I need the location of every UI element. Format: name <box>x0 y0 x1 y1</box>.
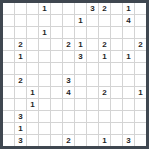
cell-r3c3[interactable] <box>39 39 50 50</box>
cell-r6c2[interactable] <box>27 75 38 86</box>
cell-r3c7[interactable] <box>87 39 98 50</box>
cell-r3c8-clue: 2 <box>99 39 110 50</box>
cell-r8c11[interactable] <box>135 99 146 110</box>
cell-r7c11-clue: 1 <box>135 87 146 98</box>
cell-r7c3[interactable] <box>39 87 50 98</box>
cell-r6c6[interactable] <box>75 75 86 86</box>
cell-r1c6-clue: 1 <box>75 15 86 26</box>
cell-r5c0[interactable] <box>3 63 14 74</box>
cell-r11c1-clue: 3 <box>15 135 26 146</box>
cell-r11c5-clue: 2 <box>63 135 74 146</box>
cell-r1c7[interactable] <box>87 15 98 26</box>
cell-r5c4[interactable] <box>51 63 62 74</box>
cell-r3c1-clue: 2 <box>15 39 26 50</box>
cell-r5c6[interactable] <box>75 63 86 74</box>
cell-r7c10[interactable] <box>123 87 134 98</box>
cell-r9c2[interactable] <box>27 111 38 122</box>
cell-r7c6[interactable] <box>75 87 86 98</box>
cell-r6c8[interactable] <box>99 75 110 86</box>
cell-r3c9[interactable] <box>111 39 122 50</box>
cell-r6c7[interactable] <box>87 75 98 86</box>
cell-r3c0[interactable] <box>3 39 14 50</box>
cell-r11c10-clue: 3 <box>123 135 134 146</box>
cell-r0c10-clue: 1 <box>123 3 134 14</box>
cell-r3c11-clue: 2 <box>135 39 146 50</box>
cell-r5c1[interactable] <box>15 63 26 74</box>
cell-r9c7[interactable] <box>87 111 98 122</box>
cell-r0c9[interactable] <box>111 3 122 14</box>
cell-r7c2-clue: 1 <box>27 87 38 98</box>
cell-r11c3[interactable] <box>39 135 50 146</box>
cell-r1c10-clue: 4 <box>123 15 134 26</box>
cell-r8c6[interactable] <box>75 99 86 110</box>
cell-r2c7[interactable] <box>87 27 98 38</box>
cell-r8c0[interactable] <box>3 99 14 110</box>
cell-r1c0[interactable] <box>3 15 14 26</box>
cell-r5c8[interactable] <box>99 63 110 74</box>
cell-r1c5[interactable] <box>63 15 74 26</box>
cell-r10c7[interactable] <box>87 123 98 134</box>
cell-r8c3[interactable] <box>39 99 50 110</box>
cell-r10c9[interactable] <box>111 123 122 134</box>
cell-r5c3[interactable] <box>39 63 50 74</box>
cell-r3c6-clue: 1 <box>75 39 86 50</box>
cell-r2c9[interactable] <box>111 27 122 38</box>
cell-r4c11[interactable] <box>135 51 146 62</box>
cell-r6c0[interactable] <box>3 75 14 86</box>
cell-r9c4[interactable] <box>51 111 62 122</box>
cell-r10c8[interactable] <box>99 123 110 134</box>
cell-r10c0[interactable] <box>3 123 14 134</box>
puzzle-board: 13211412212213112314211313213 <box>0 0 149 149</box>
cell-r2c6[interactable] <box>75 27 86 38</box>
cell-r3c4[interactable] <box>51 39 62 50</box>
cell-r9c8[interactable] <box>99 111 110 122</box>
cell-r11c2[interactable] <box>27 135 38 146</box>
cell-r5c10[interactable] <box>123 63 134 74</box>
cell-r0c0[interactable] <box>3 3 14 14</box>
cell-r6c1-clue: 2 <box>15 75 26 86</box>
cell-r5c5[interactable] <box>63 63 74 74</box>
cell-r3c2[interactable] <box>27 39 38 50</box>
cell-r7c8-clue: 2 <box>99 87 110 98</box>
cell-r5c2[interactable] <box>27 63 38 74</box>
cell-r0c8-clue: 2 <box>99 3 110 14</box>
cell-r4c2[interactable] <box>27 51 38 62</box>
cell-r6c3[interactable] <box>39 75 50 86</box>
cell-r0c1[interactable] <box>15 3 26 14</box>
cell-r4c4[interactable] <box>51 51 62 62</box>
cell-r7c9[interactable] <box>111 87 122 98</box>
cell-r8c10[interactable] <box>123 99 134 110</box>
cell-r9c11[interactable] <box>135 111 146 122</box>
cell-r3c10[interactable] <box>123 39 134 50</box>
cell-r8c1[interactable] <box>15 99 26 110</box>
cell-r0c7-clue: 3 <box>87 3 98 14</box>
cell-r6c10[interactable] <box>123 75 134 86</box>
cell-r5c7[interactable] <box>87 63 98 74</box>
puzzle-screen: 13211412212213112314211313213 <box>0 0 150 150</box>
cell-r4c6-clue: 3 <box>75 51 86 62</box>
cell-r11c4[interactable] <box>51 135 62 146</box>
cell-r4c8-clue: 1 <box>99 51 110 62</box>
cell-r0c11[interactable] <box>135 3 146 14</box>
cell-r4c3[interactable] <box>39 51 50 62</box>
cell-r2c0[interactable] <box>3 27 14 38</box>
cell-r4c1-clue: 1 <box>15 51 26 62</box>
cell-r10c10[interactable] <box>123 123 134 134</box>
cell-r10c2[interactable] <box>27 123 38 134</box>
cell-r8c9[interactable] <box>111 99 122 110</box>
cell-r9c5[interactable] <box>63 111 74 122</box>
cell-r4c0[interactable] <box>3 51 14 62</box>
cell-r2c4[interactable] <box>51 27 62 38</box>
cell-r0c5[interactable] <box>63 3 74 14</box>
cell-r6c4[interactable] <box>51 75 62 86</box>
cell-r9c9[interactable] <box>111 111 122 122</box>
cell-r1c11[interactable] <box>135 15 146 26</box>
cell-r9c0[interactable] <box>3 111 14 122</box>
cell-r5c9[interactable] <box>111 63 122 74</box>
cell-r10c11[interactable] <box>135 123 146 134</box>
cell-r1c4[interactable] <box>51 15 62 26</box>
cell-r4c7[interactable] <box>87 51 98 62</box>
cell-r2c1[interactable] <box>15 27 26 38</box>
cell-r6c11[interactable] <box>135 75 146 86</box>
cell-r0c6[interactable] <box>75 3 86 14</box>
cell-r6c5-clue: 3 <box>63 75 74 86</box>
cell-r2c5[interactable] <box>63 27 74 38</box>
cell-r1c1[interactable] <box>15 15 26 26</box>
cell-r9c3[interactable] <box>39 111 50 122</box>
cell-r4c10-clue: 1 <box>123 51 134 62</box>
cell-r2c2[interactable] <box>27 27 38 38</box>
cell-r0c4[interactable] <box>51 3 62 14</box>
cell-r7c1[interactable] <box>15 87 26 98</box>
cell-r2c10[interactable] <box>123 27 134 38</box>
cell-r2c11[interactable] <box>135 27 146 38</box>
cell-r10c3[interactable] <box>39 123 50 134</box>
cell-r7c7[interactable] <box>87 87 98 98</box>
cell-r6c9[interactable] <box>111 75 122 86</box>
cell-r1c3[interactable] <box>39 15 50 26</box>
cell-r8c8[interactable] <box>99 99 110 110</box>
cell-r2c3-clue: 1 <box>39 27 50 38</box>
cell-r7c4[interactable] <box>51 87 62 98</box>
cell-r8c5[interactable] <box>63 99 74 110</box>
cell-r8c2-clue: 1 <box>27 99 38 110</box>
cell-r11c9[interactable] <box>111 135 122 146</box>
cell-r11c11[interactable] <box>135 135 146 146</box>
cell-r7c0[interactable] <box>3 87 14 98</box>
cell-r4c9[interactable] <box>111 51 122 62</box>
cell-r3c5-clue: 2 <box>63 39 74 50</box>
cell-r10c1-clue: 1 <box>15 123 26 134</box>
cell-r2c8[interactable] <box>99 27 110 38</box>
cell-r8c7[interactable] <box>87 99 98 110</box>
cell-r5c11[interactable] <box>135 63 146 74</box>
cell-r11c8-clue: 1 <box>99 135 110 146</box>
cell-r11c0[interactable] <box>3 135 14 146</box>
cell-r10c5[interactable] <box>63 123 74 134</box>
cell-r1c2[interactable] <box>27 15 38 26</box>
cell-r11c7[interactable] <box>87 135 98 146</box>
cell-r9c10[interactable] <box>123 111 134 122</box>
cell-r9c1-clue: 3 <box>15 111 26 122</box>
cell-r9c6[interactable] <box>75 111 86 122</box>
cell-r1c9[interactable] <box>111 15 122 26</box>
cell-r11c6[interactable] <box>75 135 86 146</box>
cell-r7c5-clue: 4 <box>63 87 74 98</box>
cell-r4c5[interactable] <box>63 51 74 62</box>
cell-r10c4[interactable] <box>51 123 62 134</box>
cell-r1c8[interactable] <box>99 15 110 26</box>
cell-r0c3-clue: 1 <box>39 3 50 14</box>
cell-r8c4[interactable] <box>51 99 62 110</box>
cell-r10c6[interactable] <box>75 123 86 134</box>
cell-r0c2[interactable] <box>27 3 38 14</box>
